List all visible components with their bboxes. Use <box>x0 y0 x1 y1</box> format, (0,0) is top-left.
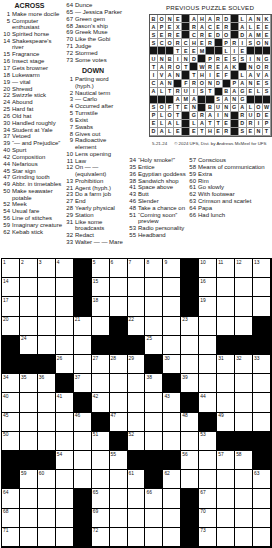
clue-text: Judge <box>75 43 91 49</box>
clue: 26Old hat <box>2 113 63 119</box>
puzzle-cell[interactable]: 42 <box>92 393 110 412</box>
puzzle-cell[interactable]: 14 <box>2 278 20 297</box>
puzzle-cell[interactable]: 70 <box>199 509 217 528</box>
puzzle-cell[interactable] <box>56 432 74 451</box>
puzzle-cell[interactable]: 32 <box>235 355 253 374</box>
black-cell <box>181 489 199 508</box>
puzzle-cell[interactable]: 55 <box>110 451 128 470</box>
puzzle-cell[interactable] <box>56 297 74 316</box>
puzzle-cell[interactable] <box>128 297 146 316</box>
puzzle-cell[interactable] <box>235 393 253 412</box>
puzzle-cell[interactable] <box>235 489 253 508</box>
solved-letter-cell: C <box>158 39 166 47</box>
puzzle-cell[interactable] <box>38 489 56 508</box>
puzzle-cell[interactable]: 29 <box>128 355 146 374</box>
puzzle-cell[interactable] <box>253 393 271 412</box>
clue-number: 4 <box>65 103 73 109</box>
clue-text: Nautical term <box>75 90 110 96</box>
black-cell <box>74 489 92 508</box>
puzzle-cell[interactable] <box>38 336 56 355</box>
puzzle-cell[interactable] <box>253 528 271 547</box>
puzzle-cell[interactable] <box>20 432 38 451</box>
clue: 62Kebab stick <box>2 229 63 235</box>
clue-number: 36 <box>128 171 136 177</box>
puzzle-cell[interactable] <box>110 393 128 412</box>
solved-letter-cell: R <box>174 39 182 47</box>
puzzle-cell[interactable] <box>145 297 163 316</box>
solved-letter-cell: N <box>223 112 231 120</box>
puzzle-cell[interactable] <box>199 470 217 489</box>
clue-text: Egyptian goddess <box>138 171 186 177</box>
black-cell <box>181 509 199 528</box>
puzzle-cell[interactable] <box>38 509 56 528</box>
cell-number: 16 <box>200 279 205 284</box>
puzzle-cell[interactable] <box>199 317 217 336</box>
puzzle-cell[interactable]: 59 <box>20 470 38 489</box>
puzzle-cell[interactable] <box>253 278 271 297</box>
puzzle-cell[interactable] <box>163 278 181 297</box>
clue: 29Station <box>65 212 127 218</box>
clue-number: 72 <box>65 50 73 56</box>
clue-text: Abbr. in timetables <box>12 181 61 187</box>
clue-number: 6 <box>65 117 73 123</box>
puzzle-cell[interactable]: 8 <box>145 259 163 278</box>
solved-letter-cell: E <box>263 23 271 31</box>
puzzle-cell[interactable]: 48 <box>181 413 199 432</box>
cell-number: 18 <box>93 298 98 303</box>
puzzle-cell[interactable] <box>20 393 38 412</box>
puzzle-cell[interactable] <box>217 509 235 528</box>
puzzle-cell[interactable]: 60 <box>38 470 56 489</box>
solved-letter-cell: I <box>255 120 263 128</box>
puzzle-cell[interactable] <box>199 355 217 374</box>
puzzle-cell[interactable]: 18 <box>92 297 110 316</box>
puzzle-cell[interactable] <box>163 297 181 316</box>
solved-letter-cell: S <box>198 88 206 96</box>
puzzle-cell[interactable] <box>110 470 128 489</box>
puzzle-cell[interactable]: 52 <box>128 432 146 451</box>
puzzle-cell[interactable] <box>217 317 235 336</box>
clue-text: Composition <box>12 154 45 160</box>
clue-text: Exist <box>75 117 88 123</box>
solved-letter-cell: F <box>166 104 174 112</box>
puzzle-cell[interactable] <box>181 336 199 355</box>
puzzle-cell[interactable]: 65 <box>92 489 110 508</box>
puzzle-cell[interactable] <box>199 374 217 393</box>
puzzle-cell[interactable] <box>56 470 74 489</box>
puzzle-cell[interactable]: 2 <box>20 259 38 278</box>
solved-letter-cell: N <box>255 55 263 63</box>
puzzle-cell[interactable] <box>74 470 92 489</box>
puzzle-cell[interactable] <box>110 509 128 528</box>
puzzle-cell[interactable] <box>163 317 181 336</box>
clue-text: Take a chance on <box>138 205 185 211</box>
solved-letter-cell: L <box>190 120 198 128</box>
puzzle-cell[interactable] <box>217 489 235 508</box>
puzzle-cell[interactable]: 50 <box>2 432 20 451</box>
across-clues-column: ACROSS 1Make more docile5Computer enthus… <box>2 2 63 236</box>
puzzle-cell[interactable] <box>20 413 38 432</box>
puzzle-cell[interactable] <box>110 528 128 547</box>
solved-letter-cell: S <box>247 39 255 47</box>
black-cell <box>110 432 128 451</box>
solved-letter-cell: S <box>231 55 239 63</box>
puzzle-cell[interactable]: 43 <box>163 393 181 412</box>
puzzle-cell[interactable] <box>145 278 163 297</box>
clue-number: 35 <box>128 164 136 170</box>
puzzle-cell[interactable]: 62 <box>163 470 181 489</box>
cell-number: 7 <box>129 260 132 265</box>
solved-letter-cell: B <box>166 55 174 63</box>
puzzle-cell[interactable]: 6 <box>110 259 128 278</box>
solved-letter-cell: R <box>166 63 174 71</box>
clue-number: 30 <box>2 120 10 126</box>
clue: 21Agent (hyph.) <box>65 185 127 191</box>
puzzle-cell[interactable] <box>163 509 181 528</box>
puzzle-cell[interactable]: 3 <box>38 259 56 278</box>
solved-letter-cell: P <box>223 39 231 47</box>
clue-text: Meek <box>12 201 27 207</box>
puzzle-cell[interactable] <box>163 413 181 432</box>
clue-text: Star sign <box>12 168 36 174</box>
puzzle-cell[interactable] <box>56 317 74 336</box>
puzzle-cell[interactable] <box>235 278 253 297</box>
puzzle-cell[interactable] <box>217 470 235 489</box>
solved-letter-cell: S <box>150 39 158 47</box>
puzzle-cell[interactable]: 57 <box>217 451 235 470</box>
puzzle-cell[interactable]: 24 <box>20 336 38 355</box>
puzzle-cell[interactable] <box>38 393 56 412</box>
puzzle-cell[interactable] <box>20 509 38 528</box>
puzzle-cell[interactable] <box>110 489 128 508</box>
clue: 3— Carlo <box>65 96 127 102</box>
puzzle-cell[interactable]: 21 <box>74 317 92 336</box>
puzzle-cell[interactable] <box>253 489 271 508</box>
puzzle-cell[interactable] <box>20 317 38 336</box>
puzzle-cell[interactable] <box>92 374 110 393</box>
puzzle-cell[interactable] <box>74 432 92 451</box>
black-cell <box>217 432 235 451</box>
puzzle-cell[interactable]: 49 <box>217 413 235 432</box>
clue-text: Station <box>75 212 94 218</box>
solved-letter-cell: N <box>247 63 255 71</box>
puzzle-cell[interactable]: 10 <box>199 259 217 278</box>
clue: 23Do a farm job <box>65 191 127 197</box>
clue: 17Gets browner <box>2 65 63 71</box>
clue-text: Sandwich shop <box>138 178 179 184</box>
puzzle-cell[interactable] <box>92 317 110 336</box>
solved-letter-cell: I <box>215 112 223 120</box>
puzzle-cell[interactable]: 4 <box>56 259 74 278</box>
puzzle-cell[interactable] <box>181 355 199 374</box>
puzzle-cell[interactable]: 71 <box>2 528 20 547</box>
solved-black-cell <box>182 120 190 128</box>
clue-number: 1 <box>65 76 73 82</box>
puzzle-cell[interactable] <box>145 432 163 451</box>
puzzle-cell[interactable]: 22 <box>128 317 146 336</box>
puzzle-cell[interactable] <box>56 489 74 508</box>
puzzle-cell[interactable]: 1 <box>2 259 20 278</box>
solved-letter-cell: N <box>263 39 271 47</box>
puzzle-cell[interactable] <box>38 528 56 547</box>
clue-text: Swizzle stick <box>12 92 46 98</box>
puzzle-cell[interactable]: 46 <box>74 413 92 432</box>
puzzle-cell[interactable]: 5 <box>92 259 110 278</box>
clue-text: Spurt <box>12 147 26 153</box>
clue: 34“Holy smoke!” <box>128 157 187 163</box>
clue: 34Student at Yale <box>2 127 63 133</box>
clue-number: 43 <box>128 191 136 197</box>
clue: 61Go slowly <box>188 184 271 190</box>
puzzle-cell[interactable]: 15 <box>92 278 110 297</box>
solved-letter-cell: P <box>263 120 271 128</box>
puzzle-cell[interactable]: 16 <box>199 278 217 297</box>
puzzle-cell[interactable]: 40 <box>2 393 20 412</box>
puzzle-cell[interactable]: 53 <box>199 432 217 451</box>
solved-letter-cell: A <box>150 88 158 96</box>
clue-number: 23 <box>65 191 73 197</box>
puzzle-cell[interactable]: 11 <box>217 259 235 278</box>
clue: 1Parting word (hyph.) <box>65 76 127 89</box>
puzzle-cell[interactable] <box>38 432 56 451</box>
puzzle-cell[interactable] <box>199 336 217 355</box>
solved-letter-cell: L <box>239 71 247 79</box>
puzzle-cell[interactable] <box>235 528 253 547</box>
puzzle-cell[interactable]: 56 <box>181 451 199 470</box>
solved-letter-cell: B <box>223 88 231 96</box>
solved-letter-cell: I <box>150 71 158 79</box>
puzzle-cell[interactable] <box>20 278 38 297</box>
puzzle-cell[interactable]: 63 <box>253 470 271 489</box>
clue-number: 62 <box>2 229 10 235</box>
puzzle-cell[interactable]: 23 <box>181 317 199 336</box>
puzzle-cell[interactable] <box>128 528 146 547</box>
puzzle-cell[interactable] <box>20 297 38 316</box>
solved-letter-cell: T <box>182 63 190 71</box>
puzzle-cell[interactable]: 27 <box>92 355 110 374</box>
puzzle-cell[interactable]: 51 <box>92 432 110 451</box>
puzzle-cell[interactable] <box>56 278 74 297</box>
puzzle-cell[interactable] <box>163 432 181 451</box>
puzzle-cell[interactable] <box>235 317 253 336</box>
cell-number: 27 <box>93 356 98 361</box>
puzzle-cell[interactable] <box>128 489 146 508</box>
solved-letter-cell: F <box>223 71 231 79</box>
clue: 16Insect stage <box>2 58 63 64</box>
puzzle-cell[interactable]: 73 <box>199 528 217 547</box>
puzzle-cell[interactable] <box>56 413 74 432</box>
solved-letter-cell: A <box>206 112 214 120</box>
cell-number: 46 <box>75 413 80 418</box>
clue-number: 60 <box>188 178 196 184</box>
clue: 5Turnstile <box>65 110 127 116</box>
puzzle-cell[interactable]: 12 <box>235 259 253 278</box>
puzzle-cell[interactable]: 20 <box>2 317 20 336</box>
puzzle-cell[interactable] <box>74 451 92 470</box>
puzzle-cell[interactable] <box>145 509 163 528</box>
puzzle-cell[interactable]: 37 <box>74 374 92 393</box>
puzzle-cell[interactable] <box>110 278 128 297</box>
puzzle-cell[interactable] <box>92 470 110 489</box>
puzzle-cell[interactable] <box>38 317 56 336</box>
solved-grid: BONEAHARDLANKAPEXRACERALEESERECREDODAMES… <box>149 14 272 137</box>
cell-number: 8 <box>146 260 149 265</box>
puzzle-cell[interactable] <box>56 528 74 547</box>
puzzle-cell[interactable] <box>163 489 181 508</box>
solved-letter-cell: U <box>247 112 255 120</box>
puzzle-cell[interactable]: 31 <box>217 355 235 374</box>
puzzle-cell[interactable] <box>217 393 235 412</box>
clue-text: Some votes <box>75 57 107 63</box>
puzzle-cell[interactable]: 54 <box>56 451 74 470</box>
solved-black-cell <box>239 63 247 71</box>
solved-letter-cell: L <box>158 120 166 128</box>
clue-text: Papa <box>198 205 212 211</box>
puzzle-cell[interactable]: 69 <box>92 509 110 528</box>
clue-number: 32 <box>65 232 73 238</box>
puzzle-cell[interactable]: 66 <box>145 489 163 508</box>
puzzle-cell[interactable] <box>38 278 56 297</box>
puzzle-cell[interactable] <box>253 413 271 432</box>
cell-number: 23 <box>182 317 187 322</box>
clue: 54Usual fare <box>2 208 63 214</box>
clue-number: 64 <box>65 2 73 8</box>
puzzle-cell[interactable] <box>253 509 271 528</box>
puzzle-cell[interactable] <box>74 336 92 355</box>
puzzle-cell[interactable]: 25 <box>145 336 163 355</box>
puzzle-cell[interactable] <box>253 297 271 316</box>
puzzle-cell[interactable] <box>181 432 199 451</box>
puzzle-cell[interactable] <box>217 278 235 297</box>
solved-letter-cell: N <box>166 15 174 23</box>
puzzle-cell[interactable]: 33 <box>253 355 271 374</box>
puzzle-cell[interactable] <box>217 297 235 316</box>
solved-letter-cell: T <box>263 128 271 136</box>
puzzle-cell[interactable] <box>145 317 163 336</box>
puzzle-cell[interactable] <box>217 374 235 393</box>
clue: 14Shakespeare's river <box>2 38 63 51</box>
puzzle-cell[interactable]: 39 <box>181 374 199 393</box>
puzzle-cell[interactable] <box>235 374 253 393</box>
puzzle-cell[interactable]: 47 <box>110 413 128 432</box>
solved-letter-cell: G <box>239 88 247 96</box>
puzzle-cell[interactable]: 7 <box>128 259 146 278</box>
puzzle-cell[interactable] <box>217 528 235 547</box>
clue-text: Headband <box>138 232 166 238</box>
puzzle-cell[interactable] <box>56 509 74 528</box>
solved-black-cell <box>231 23 239 31</box>
puzzle-cell[interactable] <box>20 528 38 547</box>
solved-letter-cell: D <box>150 128 158 136</box>
solved-letter-cell: E <box>166 23 174 31</box>
puzzle-cell[interactable] <box>199 451 217 470</box>
puzzle-cell[interactable] <box>181 470 199 489</box>
cell-number: 14 <box>3 279 8 284</box>
puzzle-cell[interactable] <box>110 297 128 316</box>
solved-letter-cell: A <box>150 23 158 31</box>
puzzle-cell[interactable] <box>38 413 56 432</box>
clue-text: Occurred after <box>75 103 113 109</box>
puzzle-cell[interactable]: 36 <box>38 374 56 393</box>
clue-number: 58 <box>188 164 196 170</box>
black-cell <box>163 374 181 393</box>
puzzle-cell[interactable]: 28 <box>110 355 128 374</box>
clue: 53Radio personality <box>128 225 187 231</box>
puzzle-cell[interactable]: 17 <box>2 297 20 316</box>
clue-number: 7 <box>65 124 73 130</box>
puzzle-cell[interactable]: 64 <box>2 489 20 508</box>
puzzle-cell[interactable] <box>128 278 146 297</box>
puzzle-cell[interactable]: 35 <box>20 374 38 393</box>
puzzle-cell[interactable]: 67 <box>199 489 217 508</box>
puzzle-cell[interactable]: 61 <box>128 470 146 489</box>
puzzle-cell[interactable] <box>145 413 163 432</box>
puzzle-cell[interactable] <box>74 355 92 374</box>
puzzle-cell[interactable]: 34 <box>2 374 20 393</box>
clue: 6Exist <box>65 117 127 123</box>
puzzle-cell[interactable] <box>38 297 56 316</box>
puzzle-cell[interactable]: 72 <box>92 528 110 547</box>
clue: 64Dunce <box>65 2 127 8</box>
clue-number: 66 <box>188 212 196 218</box>
clue: 27End <box>65 198 127 204</box>
puzzle-cell[interactable]: 58 <box>235 451 253 470</box>
puzzle-cell[interactable]: 13 <box>253 259 271 278</box>
solved-letter-cell: R <box>239 112 247 120</box>
puzzle-cell[interactable] <box>128 374 146 393</box>
puzzle-cell[interactable] <box>20 489 38 508</box>
clue: 56Line of stitches <box>2 215 63 221</box>
puzzle-cell[interactable]: 44 <box>199 393 217 412</box>
puzzle-cell[interactable] <box>110 374 128 393</box>
puzzle-cell[interactable]: 26 <box>56 355 74 374</box>
cell-number: 4 <box>57 260 60 265</box>
puzzle-cell[interactable] <box>145 393 163 412</box>
puzzle-cell[interactable]: 30 <box>163 355 181 374</box>
puzzle-cell[interactable] <box>128 509 146 528</box>
clue-text: Abound <box>12 99 33 105</box>
cell-number: 72 <box>93 528 98 533</box>
black-cell <box>253 451 271 470</box>
puzzle-cell[interactable] <box>253 374 271 393</box>
puzzle-cell[interactable] <box>128 393 146 412</box>
puzzle-cell[interactable]: 45 <box>2 413 20 432</box>
solved-letter-cell: E <box>215 128 223 136</box>
puzzle-cell[interactable] <box>163 336 181 355</box>
clue-number: 47 <box>2 174 10 180</box>
puzzle-cell[interactable]: 68 <box>2 509 20 528</box>
puzzle-cell[interactable]: 9 <box>163 259 181 278</box>
clue: 42Composition <box>2 154 63 160</box>
puzzle-cell[interactable] <box>235 297 253 316</box>
puzzle-cell[interactable] <box>145 528 163 547</box>
puzzle-cell[interactable] <box>56 336 74 355</box>
clue-number: 39 <box>2 140 10 146</box>
puzzle-cell[interactable]: 19 <box>199 297 217 316</box>
solved-letter-cell: A <box>166 71 174 79</box>
solved-letter-cell: D <box>215 31 223 39</box>
puzzle-cell[interactable] <box>163 528 181 547</box>
puzzle-cell[interactable] <box>235 470 253 489</box>
puzzle-cell[interactable] <box>235 509 253 528</box>
puzzle-cell[interactable]: 38 <box>145 374 163 393</box>
puzzle-cell[interactable] <box>235 413 253 432</box>
puzzle-cell[interactable]: 41 <box>56 393 74 412</box>
puzzle-cell[interactable] <box>92 451 110 470</box>
solved-letter-cell: O <box>255 104 263 112</box>
solved-letter-cell: N <box>190 104 198 112</box>
puzzle-cell[interactable] <box>128 413 146 432</box>
